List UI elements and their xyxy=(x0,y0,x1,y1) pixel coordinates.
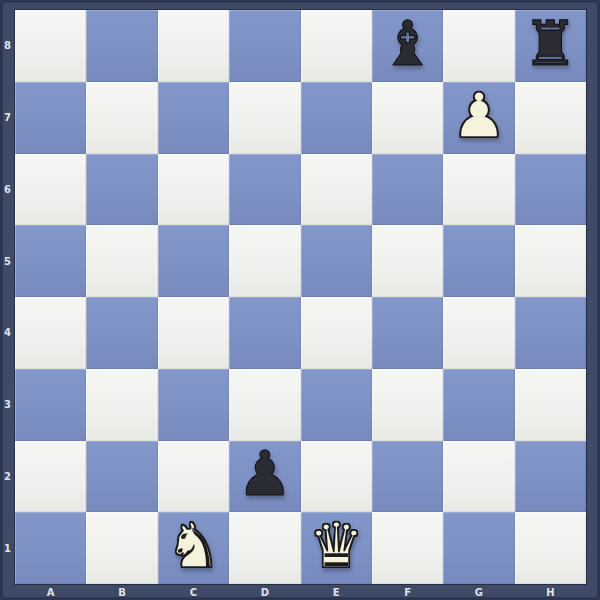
square-a3[interactable] xyxy=(15,369,86,441)
square-c2[interactable] xyxy=(158,441,229,513)
square-e1[interactable]: ♛ xyxy=(301,512,372,584)
rank-label-8: 8 xyxy=(0,10,15,82)
square-h2[interactable] xyxy=(515,441,586,513)
rank-label-2: 2 xyxy=(0,441,15,513)
black-bishop-f8[interactable]: ♝ xyxy=(380,13,436,75)
square-g2[interactable] xyxy=(443,441,514,513)
square-c5[interactable] xyxy=(158,225,229,297)
square-f4[interactable] xyxy=(372,297,443,369)
file-label-g: G xyxy=(443,584,514,600)
square-d8[interactable] xyxy=(229,10,300,82)
square-a5[interactable] xyxy=(15,225,86,297)
square-a1[interactable] xyxy=(15,512,86,584)
square-g1[interactable] xyxy=(443,512,514,584)
square-b2[interactable] xyxy=(86,441,157,513)
square-b8[interactable] xyxy=(86,10,157,82)
square-f6[interactable] xyxy=(372,154,443,226)
square-e6[interactable] xyxy=(301,154,372,226)
file-label-h: H xyxy=(515,584,586,600)
square-b3[interactable] xyxy=(86,369,157,441)
square-c4[interactable] xyxy=(158,297,229,369)
square-b7[interactable] xyxy=(86,82,157,154)
square-h3[interactable] xyxy=(515,369,586,441)
square-h7[interactable] xyxy=(515,82,586,154)
rank-label-3: 3 xyxy=(0,369,15,441)
black-pawn-d2[interactable]: ♟ xyxy=(237,443,293,505)
square-f7[interactable] xyxy=(372,82,443,154)
square-g8[interactable] xyxy=(443,10,514,82)
square-d6[interactable] xyxy=(229,154,300,226)
square-a4[interactable] xyxy=(15,297,86,369)
square-c6[interactable] xyxy=(158,154,229,226)
rank-label-5: 5 xyxy=(0,225,15,297)
file-label-d: D xyxy=(229,584,300,600)
file-label-a: A xyxy=(15,584,86,600)
square-c8[interactable] xyxy=(158,10,229,82)
square-g3[interactable] xyxy=(443,369,514,441)
square-d3[interactable] xyxy=(229,369,300,441)
file-label-b: B xyxy=(86,584,157,600)
square-g6[interactable] xyxy=(443,154,514,226)
square-e7[interactable] xyxy=(301,82,372,154)
square-b4[interactable] xyxy=(86,297,157,369)
rank-label-1: 1 xyxy=(0,512,15,584)
square-f5[interactable] xyxy=(372,225,443,297)
file-label-e: E xyxy=(301,584,372,600)
rank-labels: 87654321 xyxy=(0,10,15,584)
rank-label-7: 7 xyxy=(0,82,15,154)
board: ♝♜♟♟♞♛ xyxy=(15,10,586,584)
square-f1[interactable] xyxy=(372,512,443,584)
square-g7[interactable]: ♟ xyxy=(443,82,514,154)
rank-label-6: 6 xyxy=(0,154,15,226)
square-a2[interactable] xyxy=(15,441,86,513)
square-d4[interactable] xyxy=(229,297,300,369)
square-a8[interactable] xyxy=(15,10,86,82)
rank-label-4: 4 xyxy=(0,297,15,369)
square-d5[interactable] xyxy=(229,225,300,297)
square-f8[interactable]: ♝ xyxy=(372,10,443,82)
square-e2[interactable] xyxy=(301,441,372,513)
square-d7[interactable] xyxy=(229,82,300,154)
white-knight-c1[interactable]: ♞ xyxy=(166,515,222,577)
square-b5[interactable] xyxy=(86,225,157,297)
file-labels: ABCDEFGH xyxy=(15,584,586,600)
black-rook-h8[interactable]: ♜ xyxy=(523,13,579,75)
file-label-f: F xyxy=(372,584,443,600)
square-e5[interactable] xyxy=(301,225,372,297)
square-h6[interactable] xyxy=(515,154,586,226)
square-e4[interactable] xyxy=(301,297,372,369)
square-h8[interactable]: ♜ xyxy=(515,10,586,82)
square-d1[interactable] xyxy=(229,512,300,584)
square-b1[interactable] xyxy=(86,512,157,584)
square-f3[interactable] xyxy=(372,369,443,441)
square-d2[interactable]: ♟ xyxy=(229,441,300,513)
square-a6[interactable] xyxy=(15,154,86,226)
square-b6[interactable] xyxy=(86,154,157,226)
square-h5[interactable] xyxy=(515,225,586,297)
chess-board-frame: 87654321 ABCDEFGH ♝♜♟♟♞♛ xyxy=(0,0,600,600)
white-pawn-g7[interactable]: ♟ xyxy=(451,85,507,147)
square-h1[interactable] xyxy=(515,512,586,584)
square-c1[interactable]: ♞ xyxy=(158,512,229,584)
file-label-c: C xyxy=(158,584,229,600)
square-e8[interactable] xyxy=(301,10,372,82)
square-c3[interactable] xyxy=(158,369,229,441)
square-g4[interactable] xyxy=(443,297,514,369)
square-h4[interactable] xyxy=(515,297,586,369)
white-queen-e1[interactable]: ♛ xyxy=(308,515,364,577)
square-f2[interactable] xyxy=(372,441,443,513)
square-c7[interactable] xyxy=(158,82,229,154)
square-a7[interactable] xyxy=(15,82,86,154)
square-e3[interactable] xyxy=(301,369,372,441)
square-g5[interactable] xyxy=(443,225,514,297)
